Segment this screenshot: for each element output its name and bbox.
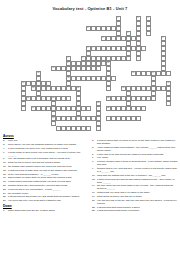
crossword-cell[interactable] — [106, 86, 111, 91]
clue-number: 12 — [37, 72, 39, 74]
clue-column-right: 2.a kind of object that you wear to cove… — [92, 139, 178, 213]
clue-number: 7 — [87, 47, 88, 49]
clue-number: 16 — [32, 87, 34, 89]
across-clue-list: 2.rainy day3.place where you can use was… — [3, 139, 88, 202]
clue-item-text: Asian umbrella made from bamboo - the or… — [97, 146, 178, 152]
crossword-cell[interactable] — [161, 66, 166, 71]
clue-number: 5 — [127, 32, 128, 34]
clue-item-text: the season after summer when the leaves … — [8, 165, 88, 168]
down-clue-list-right: 2.a kind of object that you wear to cove… — [92, 139, 178, 212]
crossword-cell[interactable]: 5 — [126, 31, 131, 36]
clue-item-text: small pieces of frozen rain that fall du… — [8, 161, 88, 164]
crossword-cell[interactable] — [136, 116, 141, 121]
clue-item: 10.small pieces of frozen rain that fall… — [3, 161, 88, 164]
page-title: Vocabulary test - Optimise B1 - Unit 7 — [0, 6, 180, 11]
clue-item: 26.you open this over your head when it … — [3, 199, 88, 202]
clue-item: 24.the opposite of wet — [3, 192, 88, 195]
clue-item-text: used with the hottest part of the day in… — [97, 174, 178, 177]
clue-item-text: a scarf made of wool keeps your neck war… — [8, 151, 88, 157]
clue-item-text: shoes made of rubber that you wear when … — [8, 176, 88, 179]
crossword-cell[interactable] — [126, 91, 131, 96]
crossword-cell[interactable] — [51, 101, 56, 106]
clue-item-text: water which falls from the sky in small … — [8, 209, 88, 212]
clue-column-left: Across 2.rainy day3.place where you can … — [3, 134, 88, 213]
clue-item-text: the time when the sun goes down in the e… — [97, 184, 178, 190]
clue-number: 26 — [52, 117, 54, 119]
clue-number: 23 — [52, 97, 54, 99]
crossword-grid: 2346810111413151621182023222425261235679… — [21, 16, 176, 131]
crossword-cell[interactable] — [51, 121, 56, 126]
clue-item: 6.very windy — [92, 156, 178, 159]
clue-item-text: you can see this in the sky after the ra… — [97, 199, 178, 205]
crossword-cell[interactable] — [86, 106, 91, 111]
clue-number: 22 — [107, 97, 109, 99]
clue-number: 10 — [52, 67, 54, 69]
clue-item-text: a long coat that you wear over your clot… — [8, 147, 88, 150]
clue-item: 25.a light wind that blows gently in sum… — [92, 209, 178, 212]
down-clue-list-left: 1.water which falls from the sky in smal… — [3, 209, 88, 212]
crossword-cell[interactable] — [141, 46, 146, 51]
clue-item: 11.the season after summer when the leav… — [3, 165, 88, 168]
clue-number: 15 — [22, 82, 24, 84]
crossword-cell[interactable] — [96, 66, 101, 71]
crossword-cell[interactable] — [136, 31, 141, 36]
clue-item: 9.weather that is very cold and wet - I … — [92, 167, 178, 173]
clue-item: 21.you can see this in the sky after the… — [92, 199, 178, 205]
crossword-cell[interactable] — [36, 76, 41, 81]
clue-number: 11 — [132, 72, 134, 74]
clue-number: 25 — [97, 102, 99, 104]
crossword-cell[interactable] — [166, 101, 171, 106]
clue-item-text: place where you can use washing machine … — [8, 143, 88, 146]
clue-item: 16.shoes made of rubber that you wear wh… — [3, 176, 88, 179]
clue-number: 14 — [152, 72, 154, 74]
clue-number: 20 — [27, 97, 29, 99]
crossword-cell[interactable] — [36, 91, 41, 96]
clue-item: 23.a strong wind that comes before a sto… — [92, 206, 178, 209]
clue-item-text: extreme weather with a cloud of spinning… — [97, 160, 178, 166]
clue-item-text: clothes that you wear when you swim in t… — [97, 191, 178, 194]
clue-item: 8.very hot weather with a lot of sunshin… — [3, 157, 88, 160]
crossword-cell[interactable] — [136, 56, 141, 61]
crossword-cell[interactable] — [66, 81, 71, 86]
crossword-cell[interactable] — [111, 76, 116, 81]
crossword-cell[interactable] — [126, 56, 131, 61]
crossword-cell[interactable] — [136, 41, 141, 46]
clue-item: 20.weather that is grey and completely c… — [3, 184, 88, 187]
clue-number: 6 — [162, 37, 163, 39]
clue-item: 13.a light covering of water that you fi… — [3, 169, 88, 172]
clue-item-text: very hot weather with a lot of sunshine … — [8, 157, 88, 160]
clue-item-text: a light covering of water that you find … — [8, 169, 88, 172]
clue-number: 2 — [137, 17, 138, 19]
clue-item: 1.water which falls from the sky in smal… — [3, 209, 88, 212]
down-heading: Down — [3, 204, 88, 208]
crossword-cell[interactable] — [106, 71, 111, 76]
crossword-cell[interactable] — [96, 111, 101, 116]
clue-item: 3.Asian umbrella made from bamboo - the … — [92, 146, 178, 152]
clue-number: 25 — [107, 107, 109, 109]
clue-item: 6.a scarf made of wool keeps your neck w… — [3, 151, 88, 157]
crossword-cell[interactable] — [86, 51, 91, 56]
clue-number: 9 — [67, 57, 68, 59]
crossword-cell[interactable] — [116, 31, 121, 36]
crossword-cell[interactable] — [151, 81, 156, 86]
crossword-cell[interactable] — [116, 21, 121, 26]
clue-number: 18 — [122, 87, 124, 89]
clue-number: 21 — [77, 87, 79, 89]
clue-item: 4.a long coat that you wear over your cl… — [3, 147, 88, 150]
crossword-cell[interactable] — [21, 106, 26, 111]
clue-item-text: very windy — [97, 156, 178, 159]
clue-item: 15.heavy rain that falls suddenly - a __… — [3, 173, 88, 176]
clue-item: 12.a thick cloud near the ground that ma… — [92, 178, 178, 184]
crossword-cell[interactable] — [66, 71, 71, 76]
crossword-cell[interactable] — [126, 101, 131, 106]
clue-item: 5.a thin coat of ice that covers the roa… — [92, 153, 178, 156]
clue-item-text: a light wind that blows gently in summer — [97, 209, 178, 212]
clue-item-text: a strong wind that comes before a storm — [97, 206, 178, 209]
clue-item: 18.a thick jacket filled with feathers t… — [3, 180, 88, 183]
clue-item-text: a long period of very hot weather - a he… — [8, 188, 88, 191]
crossword-cell[interactable] — [151, 96, 156, 101]
crossword-cell[interactable] — [76, 111, 81, 116]
clue-item-text: a strong tropical storm with very fast w… — [8, 195, 88, 198]
crossword-cell[interactable] — [141, 106, 146, 111]
crossword-cell[interactable] — [126, 41, 131, 46]
clue-item-text: a thick cloud near the ground that makes… — [97, 178, 178, 184]
crossword-cell[interactable] — [51, 111, 56, 116]
clue-item: 22.a long period of very hot weather - a… — [3, 188, 88, 191]
clue-number: 4 — [92, 47, 93, 49]
crossword-cell[interactable] — [166, 71, 171, 76]
clue-number: 24 — [32, 107, 34, 109]
clue-number: 3 — [147, 17, 148, 19]
clue-item: 7.extreme weather with a cloud of spinni… — [92, 160, 178, 166]
crossword-cell[interactable] — [86, 126, 91, 131]
worksheet-page: Vocabulary test - Optimise B1 - Unit 7 2… — [0, 0, 180, 255]
crossword-cell[interactable] — [146, 31, 151, 36]
clue-item: 25.a strong tropical storm with very fas… — [3, 195, 88, 198]
crossword-cell[interactable] — [96, 126, 101, 131]
across-heading: Across — [3, 134, 88, 138]
crossword-cell[interactable] — [66, 96, 71, 101]
clue-item-text: weather that is grey and completely cove… — [8, 184, 88, 187]
clue-item: 3.place where you can use washing machin… — [3, 143, 88, 146]
clue-item-text: a thick jacket filled with feathers that… — [8, 180, 88, 183]
clue-number: 2 — [87, 27, 88, 29]
crossword-cell[interactable]: 9 — [66, 56, 71, 61]
clue-item: 2.rainy day — [3, 139, 88, 142]
crossword-cell[interactable] — [76, 101, 81, 106]
clue-number: 10 — [107, 62, 109, 64]
clue-item: 19.small drops of frozen rain that fall … — [92, 195, 178, 198]
clue-item-text: rainy day — [8, 139, 88, 142]
clue-item-text: weather that is very cold and wet - I pr… — [97, 167, 178, 173]
clue-item: 14.the time when the sun goes down in th… — [92, 184, 178, 190]
clue-number: 3 — [102, 37, 103, 39]
clue-item-text: a thin coat of ice that covers the roads… — [97, 153, 178, 156]
clue-number: 1 — [117, 17, 118, 19]
clue-item-text: you open this over your head when it sta… — [8, 199, 88, 202]
clue-number: 8 — [67, 62, 68, 64]
clue-item-text: small drops of frozen rain that fall in … — [97, 195, 178, 198]
clue-item: 10.used with the hottest part of the day… — [92, 174, 178, 177]
clue-number: 13 — [67, 77, 69, 79]
clue-item: 2.a kind of object that you wear to cove… — [92, 139, 178, 145]
crossword-cell[interactable] — [126, 51, 131, 56]
clue-item-text: heavy rain that falls suddenly - a _____… — [8, 173, 88, 176]
clue-item-text: a kind of object that you wear to cover … — [97, 139, 178, 145]
clue-item-text: the opposite of wet — [8, 192, 88, 195]
clue-number: 19 — [167, 82, 169, 84]
clue-number: 6 — [82, 57, 83, 59]
clue-item: 17.clothes that you wear when you swim i… — [92, 191, 178, 194]
